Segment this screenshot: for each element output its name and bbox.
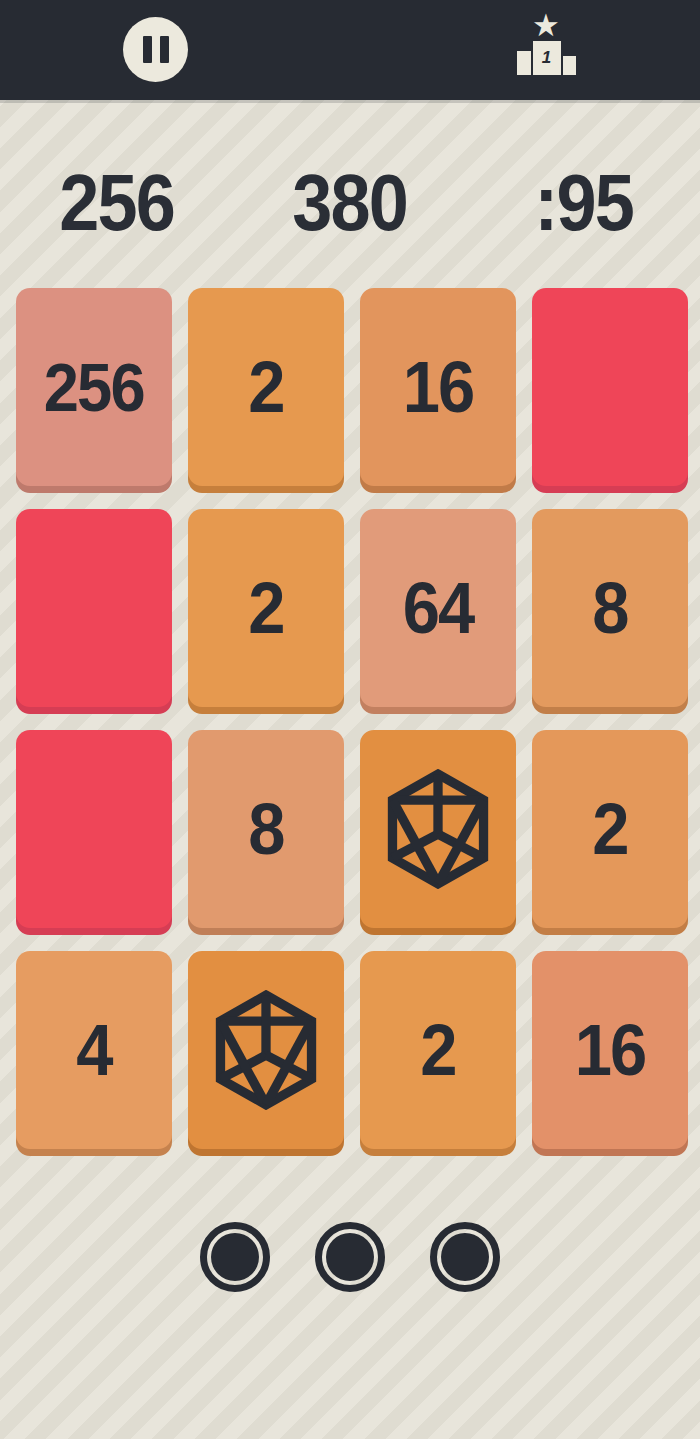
move-token-core [441, 1233, 489, 1281]
tile-r3c2-8[interactable]: 8 [188, 730, 344, 928]
board-grid[interactable]: 2562162648824216 [16, 288, 688, 1149]
podium-left-block [517, 51, 531, 75]
tile-value: 2 [248, 567, 283, 649]
moves-indicator [0, 1222, 700, 1292]
tile-value: 4 [76, 1009, 111, 1091]
hud-best-tile: 256 [12, 158, 222, 248]
podium-right-block [563, 56, 576, 75]
tile-r3c3-wildcard[interactable] [360, 730, 516, 928]
tile-value: 8 [592, 567, 627, 649]
tile-r2c1-blocked[interactable] [16, 509, 172, 707]
pause-icon [143, 36, 169, 63]
hud-score: 380 [245, 158, 455, 248]
tile-value: 64 [403, 567, 474, 649]
tile-r2c2-2[interactable]: 2 [188, 509, 344, 707]
tile-value: 2 [248, 346, 283, 428]
tile-r1c4-blocked[interactable] [532, 288, 688, 486]
tile-r1c1-256[interactable]: 256 [16, 288, 172, 486]
move-token-core [211, 1233, 259, 1281]
tile-r4c2-wildcard[interactable] [188, 951, 344, 1149]
tile-value: 2 [420, 1009, 455, 1091]
wildcard-d20-icon [386, 769, 490, 889]
tile-r1c2-2[interactable]: 2 [188, 288, 344, 486]
move-token-3 [430, 1222, 500, 1292]
leaderboard-button[interactable]: ★ 1 [507, 12, 585, 86]
game-screen: ★ 1 256 380 :95 2562162648824216 [0, 0, 700, 1439]
top-bar: ★ 1 [0, 0, 700, 100]
tile-value: 16 [403, 346, 474, 428]
move-token-1 [200, 1222, 270, 1292]
tile-r1c3-16[interactable]: 16 [360, 288, 516, 486]
podium-icon: 1 [517, 41, 576, 75]
hud-row: 256 380 :95 [0, 158, 700, 248]
tile-value: 8 [248, 788, 283, 870]
tile-value: 2 [592, 788, 627, 870]
tile-r4c3-2[interactable]: 2 [360, 951, 516, 1149]
tile-r2c4-8[interactable]: 8 [532, 509, 688, 707]
pause-button[interactable] [123, 17, 188, 82]
move-token-core [326, 1233, 374, 1281]
wildcard-d20-icon [214, 990, 318, 1110]
hud-timer: :95 [478, 158, 688, 248]
leaderboard-rank: 1 [542, 48, 551, 68]
star-icon: ★ [532, 12, 560, 40]
tile-value: 256 [44, 348, 144, 426]
podium-center-block: 1 [533, 41, 561, 75]
tile-r3c4-2[interactable]: 2 [532, 730, 688, 928]
move-token-2 [315, 1222, 385, 1292]
tile-r2c3-64[interactable]: 64 [360, 509, 516, 707]
tile-r4c4-16[interactable]: 16 [532, 951, 688, 1149]
tile-value: 16 [575, 1009, 646, 1091]
tile-r3c1-blocked[interactable] [16, 730, 172, 928]
tile-r4c1-4[interactable]: 4 [16, 951, 172, 1149]
